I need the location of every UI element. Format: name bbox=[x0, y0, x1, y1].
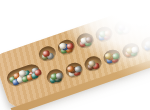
pit-bottom-4[interactable] bbox=[101, 48, 122, 67]
pit-top-3[interactable] bbox=[74, 31, 95, 50]
pit-bottom-1[interactable] bbox=[44, 67, 65, 86]
mancala-photo-scene bbox=[0, 0, 150, 110]
pit-bottom-5[interactable] bbox=[120, 41, 141, 60]
pit-bottom-6[interactable] bbox=[139, 35, 150, 54]
mancala-board bbox=[0, 0, 150, 109]
pit-top-6[interactable] bbox=[131, 12, 150, 31]
pit-top-1[interactable] bbox=[37, 44, 58, 63]
store-left bbox=[5, 62, 42, 88]
pit-bottom-3[interactable] bbox=[82, 54, 103, 73]
pit-top-2[interactable] bbox=[55, 38, 76, 57]
pit-top-5[interactable] bbox=[112, 18, 133, 37]
pit-top-4[interactable] bbox=[93, 25, 114, 44]
bead-red bbox=[34, 69, 43, 77]
pit-bottom-2[interactable] bbox=[63, 61, 84, 80]
